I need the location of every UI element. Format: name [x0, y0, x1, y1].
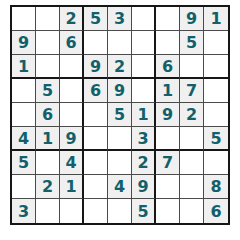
cell-r5c5: 5: [108, 103, 132, 127]
cell-r4c9[interactable]: [204, 79, 228, 103]
cell-r9c4[interactable]: [84, 199, 108, 223]
cell-r7c7: 7: [156, 151, 180, 175]
cell-r1c7[interactable]: [156, 7, 180, 31]
cell-r9c8[interactable]: [180, 199, 204, 223]
cell-r4c3[interactable]: [60, 79, 84, 103]
cell-r7c1: 5: [12, 151, 36, 175]
cell-r1c2[interactable]: [36, 7, 60, 31]
cell-r1c6[interactable]: [132, 7, 156, 31]
cell-r6c5[interactable]: [108, 127, 132, 151]
cell-r6c8[interactable]: [180, 127, 204, 151]
cell-r9c3[interactable]: [60, 199, 84, 223]
page: 253919651926569176519241935542721498356: [0, 0, 240, 240]
cell-r4c8: 7: [180, 79, 204, 103]
cell-r1c8: 9: [180, 7, 204, 31]
cell-r4c7: 1: [156, 79, 180, 103]
cell-r3c3[interactable]: [60, 55, 84, 79]
cell-r6c6: 3: [132, 127, 156, 151]
cell-r8c1[interactable]: [12, 175, 36, 199]
cell-r1c5: 3: [108, 7, 132, 31]
cell-r6c2: 1: [36, 127, 60, 151]
cell-r5c4[interactable]: [84, 103, 108, 127]
cell-r8c2: 2: [36, 175, 60, 199]
cell-r8c9: 8: [204, 175, 228, 199]
cell-r5c1[interactable]: [12, 103, 36, 127]
cell-r6c4[interactable]: [84, 127, 108, 151]
cell-r7c4[interactable]: [84, 151, 108, 175]
cell-r2c6[interactable]: [132, 31, 156, 55]
cell-r9c5[interactable]: [108, 199, 132, 223]
cell-r5c6: 1: [132, 103, 156, 127]
cell-r2c5[interactable]: [108, 31, 132, 55]
cell-r7c2[interactable]: [36, 151, 60, 175]
cell-r4c1[interactable]: [12, 79, 36, 103]
cell-r7c5[interactable]: [108, 151, 132, 175]
cell-r4c6[interactable]: [132, 79, 156, 103]
cell-r1c4: 5: [84, 7, 108, 31]
cell-r7c3: 4: [60, 151, 84, 175]
cell-r2c4[interactable]: [84, 31, 108, 55]
cell-r3c7: 6: [156, 55, 180, 79]
cell-r7c6: 2: [132, 151, 156, 175]
sudoku-board: 253919651926569176519241935542721498356: [10, 5, 230, 225]
cell-r9c1: 3: [12, 199, 36, 223]
cell-r4c5: 9: [108, 79, 132, 103]
cell-r5c2: 6: [36, 103, 60, 127]
cell-r3c4: 9: [84, 55, 108, 79]
cell-r9c6: 5: [132, 199, 156, 223]
cell-r8c3: 1: [60, 175, 84, 199]
cell-r6c3: 9: [60, 127, 84, 151]
cell-r7c9[interactable]: [204, 151, 228, 175]
cell-r3c1: 1: [12, 55, 36, 79]
cell-r8c8[interactable]: [180, 175, 204, 199]
cell-r5c7: 9: [156, 103, 180, 127]
cell-r3c5: 2: [108, 55, 132, 79]
cell-r8c5: 4: [108, 175, 132, 199]
cell-r9c7[interactable]: [156, 199, 180, 223]
cell-r5c8: 2: [180, 103, 204, 127]
cell-r8c7[interactable]: [156, 175, 180, 199]
cell-r6c7[interactable]: [156, 127, 180, 151]
cell-r2c8: 5: [180, 31, 204, 55]
cell-r6c9: 5: [204, 127, 228, 151]
cell-r9c9: 6: [204, 199, 228, 223]
cell-r3c2[interactable]: [36, 55, 60, 79]
cell-r1c3: 2: [60, 7, 84, 31]
cell-r7c8[interactable]: [180, 151, 204, 175]
cell-r3c9[interactable]: [204, 55, 228, 79]
cell-r2c3: 6: [60, 31, 84, 55]
cell-r6c1: 4: [12, 127, 36, 151]
cell-r2c7[interactable]: [156, 31, 180, 55]
cell-r8c6: 9: [132, 175, 156, 199]
cell-r8c4[interactable]: [84, 175, 108, 199]
cell-r5c9[interactable]: [204, 103, 228, 127]
cell-r9c2[interactable]: [36, 199, 60, 223]
cell-r1c1[interactable]: [12, 7, 36, 31]
cell-r1c9: 1: [204, 7, 228, 31]
cell-r2c2[interactable]: [36, 31, 60, 55]
cell-r2c1: 9: [12, 31, 36, 55]
cell-r2c9[interactable]: [204, 31, 228, 55]
cell-r3c8[interactable]: [180, 55, 204, 79]
cell-r4c4: 6: [84, 79, 108, 103]
cell-r4c2: 5: [36, 79, 60, 103]
cell-r5c3[interactable]: [60, 103, 84, 127]
cell-r3c6[interactable]: [132, 55, 156, 79]
